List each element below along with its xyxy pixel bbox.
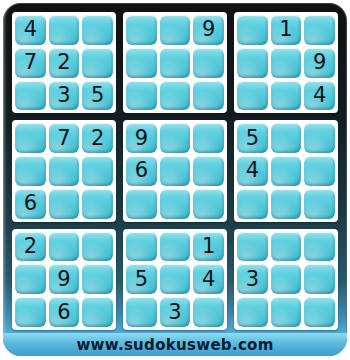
cell-r3c8[interactable] <box>271 81 302 111</box>
box-r3c3: 3 <box>234 229 338 330</box>
cell-r3c2: 3 <box>49 81 80 111</box>
box-r3c2: 1543 <box>123 229 227 330</box>
cell-r7c3[interactable] <box>82 232 113 262</box>
cell-r5c3[interactable] <box>82 156 113 186</box>
cell-r4c3: 2 <box>82 123 113 153</box>
cell-r4c6[interactable] <box>193 123 224 153</box>
cell-r2c5[interactable] <box>160 48 191 78</box>
cell-r8c9[interactable] <box>304 264 335 294</box>
cell-r4c4: 9 <box>126 123 157 153</box>
cell-r2c7[interactable] <box>237 48 268 78</box>
cell-r2c3[interactable] <box>82 48 113 78</box>
box-r3c1: 296 <box>12 229 116 330</box>
cell-r3c5[interactable] <box>160 81 191 111</box>
cell-r3c9: 4 <box>304 81 335 111</box>
cell-r2c1: 7 <box>15 48 46 78</box>
cell-r6c5[interactable] <box>160 189 191 219</box>
box-r2c1: 726 <box>12 120 116 221</box>
cell-r4c1[interactable] <box>15 123 46 153</box>
cell-r8c6: 4 <box>193 264 224 294</box>
cell-r2c9: 9 <box>304 48 335 78</box>
cell-r9c2: 6 <box>49 297 80 327</box>
cell-r4c7: 5 <box>237 123 268 153</box>
cell-r7c5[interactable] <box>160 232 191 262</box>
cell-r6c7[interactable] <box>237 189 268 219</box>
cell-r9c1[interactable] <box>15 297 46 327</box>
puzzle-frame: 472359194726965429615433 www.sudokusweb.… <box>3 3 347 356</box>
cell-r8c7: 3 <box>237 264 268 294</box>
cell-r6c6[interactable] <box>193 189 224 219</box>
box-r2c3: 54 <box>234 120 338 221</box>
cell-r1c5[interactable] <box>160 15 191 45</box>
page: 472359194726965429615433 www.sudokusweb.… <box>0 0 350 360</box>
cell-r7c9[interactable] <box>304 232 335 262</box>
cell-r1c2[interactable] <box>49 15 80 45</box>
cell-r5c1[interactable] <box>15 156 46 186</box>
cell-r9c3[interactable] <box>82 297 113 327</box>
cell-r3c3: 5 <box>82 81 113 111</box>
cell-r1c6: 9 <box>193 15 224 45</box>
box-r1c1: 47235 <box>12 12 116 113</box>
cell-r5c2[interactable] <box>49 156 80 186</box>
cell-r3c4[interactable] <box>126 81 157 111</box>
cell-r4c8[interactable] <box>271 123 302 153</box>
cell-r9c7[interactable] <box>237 297 268 327</box>
cell-r3c7[interactable] <box>237 81 268 111</box>
cell-r5c5[interactable] <box>160 156 191 186</box>
cell-r8c5[interactable] <box>160 264 191 294</box>
cell-r7c1: 2 <box>15 232 46 262</box>
cell-r6c9[interactable] <box>304 189 335 219</box>
cell-r7c4[interactable] <box>126 232 157 262</box>
cell-r2c6[interactable] <box>193 48 224 78</box>
cell-r6c4[interactable] <box>126 189 157 219</box>
cell-r3c6[interactable] <box>193 81 224 111</box>
cell-r4c2: 7 <box>49 123 80 153</box>
cell-r8c2: 9 <box>49 264 80 294</box>
cell-r7c7[interactable] <box>237 232 268 262</box>
cell-r1c3[interactable] <box>82 15 113 45</box>
cell-r1c9[interactable] <box>304 15 335 45</box>
cell-r6c8[interactable] <box>271 189 302 219</box>
cell-r7c6: 1 <box>193 232 224 262</box>
cell-r2c8[interactable] <box>271 48 302 78</box>
cell-r9c4[interactable] <box>126 297 157 327</box>
footer-bar: www.sudokusweb.com <box>3 333 347 356</box>
cell-r4c9[interactable] <box>304 123 335 153</box>
cell-r5c9[interactable] <box>304 156 335 186</box>
cell-r5c8[interactable] <box>271 156 302 186</box>
cell-r9c6[interactable] <box>193 297 224 327</box>
cell-r5c7: 4 <box>237 156 268 186</box>
cell-r1c1: 4 <box>15 15 46 45</box>
cell-r9c5: 3 <box>160 297 191 327</box>
cell-r8c4: 5 <box>126 264 157 294</box>
cell-r8c8[interactable] <box>271 264 302 294</box>
cell-r1c8: 1 <box>271 15 302 45</box>
cell-r9c9[interactable] <box>304 297 335 327</box>
cell-r6c2[interactable] <box>49 189 80 219</box>
cell-r5c4: 6 <box>126 156 157 186</box>
cell-r5c6[interactable] <box>193 156 224 186</box>
cell-r2c4[interactable] <box>126 48 157 78</box>
box-r1c3: 194 <box>234 12 338 113</box>
cell-r6c3[interactable] <box>82 189 113 219</box>
cell-r7c8[interactable] <box>271 232 302 262</box>
box-r1c2: 9 <box>123 12 227 113</box>
cell-r8c1[interactable] <box>15 264 46 294</box>
sudoku-board: 472359194726965429615433 <box>12 12 338 330</box>
website-link[interactable]: www.sudokusweb.com <box>76 336 273 354</box>
cell-r1c7[interactable] <box>237 15 268 45</box>
cell-r1c4[interactable] <box>126 15 157 45</box>
cell-r6c1: 6 <box>15 189 46 219</box>
cell-r9c8[interactable] <box>271 297 302 327</box>
cell-r7c2[interactable] <box>49 232 80 262</box>
box-r2c2: 96 <box>123 120 227 221</box>
cell-r3c1[interactable] <box>15 81 46 111</box>
cell-r4c5[interactable] <box>160 123 191 153</box>
cell-r8c3[interactable] <box>82 264 113 294</box>
cell-r2c2: 2 <box>49 48 80 78</box>
